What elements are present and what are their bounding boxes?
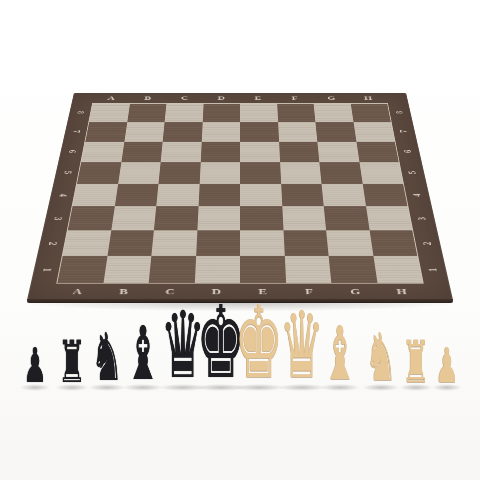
pieces-row: ♟♜♞♝♛♚♚♛♝♞♜♟: [0, 0, 480, 480]
piece-black-rook[interactable]: ♜: [58, 335, 87, 388]
piece-black-knight[interactable]: ♞: [91, 327, 124, 388]
product-photo-scene: ABCDEFGH ABCDEFGH 87654321 87654321 ♟♜♞♝…: [0, 0, 480, 480]
piece-white-king[interactable]: ♚: [234, 296, 283, 388]
piece-white-rook[interactable]: ♜: [402, 335, 431, 388]
piece-white-bishop[interactable]: ♝: [322, 320, 358, 388]
piece-white-knight[interactable]: ♞: [365, 327, 398, 388]
piece-black-pawn[interactable]: ♟: [23, 344, 47, 388]
piece-white-pawn[interactable]: ♟: [435, 344, 459, 388]
piece-white-queen[interactable]: ♛: [279, 303, 324, 388]
piece-black-bishop[interactable]: ♝: [125, 320, 161, 388]
